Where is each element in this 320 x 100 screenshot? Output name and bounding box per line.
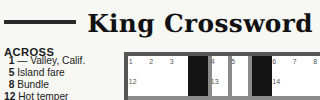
crossword-grid[interactable]: 1234567891011121314151617181920212223242… xyxy=(124,52,320,100)
cell-number: 13 xyxy=(211,77,219,85)
black-cell xyxy=(251,99,270,100)
cell-number: 16 xyxy=(190,98,198,100)
black-cell xyxy=(210,99,229,100)
cell-number: 8 xyxy=(313,56,317,64)
grid-cell[interactable]: 17 xyxy=(272,99,291,100)
grid-cell[interactable]: 5 xyxy=(231,56,250,76)
black-cell xyxy=(231,99,250,100)
across-clue-column: ACROSS 1— Valley, Calif.5Island fare8Bun… xyxy=(4,46,120,100)
title-rule-left xyxy=(4,20,75,24)
cell-number: 17 xyxy=(272,98,280,100)
title-word-crossword: Crossword xyxy=(155,8,313,36)
grid-cell[interactable] xyxy=(313,77,320,97)
grid-cell[interactable]: 13 xyxy=(210,77,229,97)
cell-number: 6 xyxy=(272,56,276,64)
grid-cell[interactable] xyxy=(169,77,188,97)
grid-cell[interactable] xyxy=(292,77,311,97)
grid-cell[interactable]: 4 xyxy=(210,56,229,76)
black-cell xyxy=(251,56,270,76)
grid-cell[interactable]: 16 xyxy=(190,99,209,100)
cell-number: 12 xyxy=(129,77,137,85)
grid-cell[interactable]: 2 xyxy=(149,56,168,76)
grid-cell[interactable] xyxy=(292,99,311,100)
grid-cell[interactable]: 3 xyxy=(169,56,188,76)
grid-cell[interactable] xyxy=(313,99,320,100)
grid-cell[interactable] xyxy=(169,99,188,100)
cell-number: 2 xyxy=(149,56,153,64)
black-cell xyxy=(251,77,270,97)
black-cell xyxy=(190,56,209,76)
clue-item: 12Hot temper xyxy=(4,96,120,100)
puzzle-page: King Crossword ACROSS 1— Valley, Calif.5… xyxy=(0,0,320,100)
cell-number: 1 xyxy=(129,56,133,64)
grid-cell[interactable] xyxy=(231,77,250,97)
cell-number: 15 xyxy=(129,98,137,100)
grid-cell[interactable] xyxy=(149,99,168,100)
grid-cell[interactable]: 6 xyxy=(272,56,291,76)
cell-number: 14 xyxy=(272,77,280,85)
across-clue-list: 1— Valley, Calif.5Island fare8Bundle12Ho… xyxy=(4,60,120,100)
clue-text: Hot temper xyxy=(18,96,120,100)
cell-number: 3 xyxy=(170,56,174,64)
black-cell xyxy=(190,77,209,97)
clue-number: 12 xyxy=(4,96,15,100)
cell-number: 5 xyxy=(231,56,235,64)
grid-cell[interactable]: 15 xyxy=(128,99,147,100)
grid-cell[interactable]: 1 xyxy=(128,56,147,76)
grid-cell[interactable]: 14 xyxy=(272,77,291,97)
cell-number: 4 xyxy=(211,56,215,64)
grid-cell[interactable]: 7 xyxy=(292,56,311,76)
page-title: King Crossword xyxy=(87,8,313,36)
title-word-king: King xyxy=(87,8,155,36)
title-banner: King Crossword xyxy=(0,4,320,40)
grid-cell[interactable]: 12 xyxy=(128,77,147,97)
grid-cell[interactable]: 8 xyxy=(313,56,320,76)
cell-number: 7 xyxy=(293,56,297,64)
grid-cell[interactable] xyxy=(149,77,168,97)
